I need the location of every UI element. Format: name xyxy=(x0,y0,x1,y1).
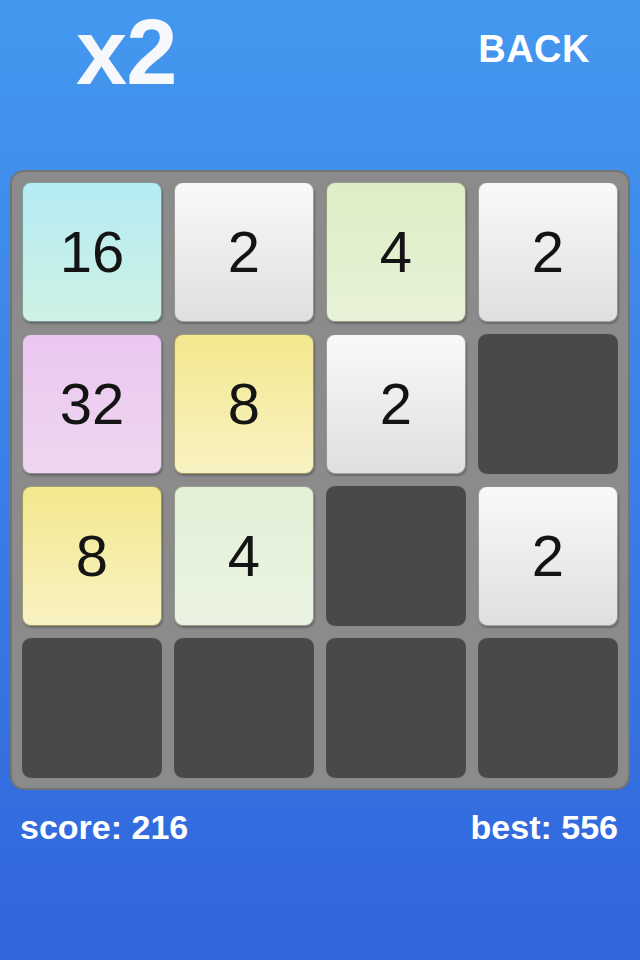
tile-16: 16 xyxy=(22,182,162,322)
tile-2: 2 xyxy=(174,182,314,322)
status-bar: score: 216 best: 556 xyxy=(0,808,640,847)
tile-value: 2 xyxy=(532,527,564,585)
empty-cell xyxy=(326,486,466,626)
tile-value: 4 xyxy=(380,223,412,281)
tile-8: 8 xyxy=(22,486,162,626)
tile-value: 2 xyxy=(532,223,564,281)
tile-value: 4 xyxy=(228,527,260,585)
best-label: best: 556 xyxy=(471,808,618,847)
tile-4: 4 xyxy=(326,182,466,322)
tile-8: 8 xyxy=(174,334,314,474)
empty-cell xyxy=(326,638,466,778)
tile-2: 2 xyxy=(478,486,618,626)
tile-value: 8 xyxy=(76,527,108,585)
tile-4: 4 xyxy=(174,486,314,626)
board[interactable]: 162423282842 xyxy=(10,170,630,790)
tile-2: 2 xyxy=(478,182,618,322)
game-screen: { "game": "2048-style doubling puzzle (x… xyxy=(0,0,640,960)
back-button[interactable]: BACK xyxy=(478,28,590,71)
tile-value: 8 xyxy=(228,375,260,433)
empty-cell xyxy=(22,638,162,778)
tile-value: 32 xyxy=(60,375,125,433)
tile-32: 32 xyxy=(22,334,162,474)
empty-cell xyxy=(478,334,618,474)
empty-cell xyxy=(478,638,618,778)
tile-2: 2 xyxy=(326,334,466,474)
score-label: score: 216 xyxy=(20,808,188,847)
empty-cell xyxy=(174,638,314,778)
tile-value: 2 xyxy=(380,375,412,433)
page-title: x2 xyxy=(76,6,176,98)
tile-value: 2 xyxy=(228,223,260,281)
tile-value: 16 xyxy=(60,223,125,281)
